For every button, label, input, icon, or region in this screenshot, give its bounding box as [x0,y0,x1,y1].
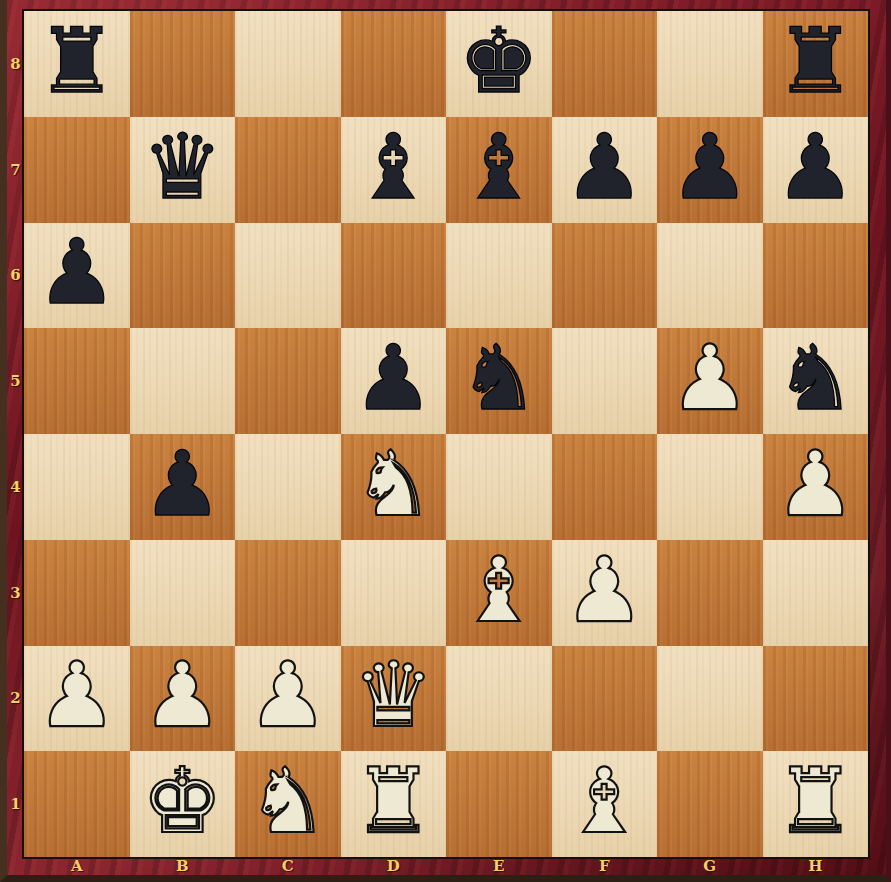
file-label-f: F [552,857,658,875]
square-d8[interactable] [341,11,447,117]
piece-white-pawn-g5[interactable]: ♟ [669,333,750,423]
square-h2[interactable] [763,646,869,752]
square-f7[interactable]: ♟ [552,117,658,223]
piece-white-rook-h1[interactable]: ♜ [775,756,856,846]
rank-label-4: 4 [7,434,24,540]
square-d5[interactable]: ♟ [341,328,447,434]
piece-black-queen-b7[interactable]: ♛ [142,122,223,212]
rank-label-2: 2 [7,646,24,752]
piece-black-knight-h5[interactable]: ♞ [775,333,856,423]
square-h7[interactable]: ♟ [763,117,869,223]
square-b8[interactable] [130,11,236,117]
square-e2[interactable] [446,646,552,752]
square-g5[interactable]: ♟ [657,328,763,434]
square-a4[interactable] [24,434,130,540]
piece-white-pawn-b2[interactable]: ♟ [142,650,223,740]
square-g3[interactable] [657,540,763,646]
square-e6[interactable] [446,223,552,329]
square-b5[interactable] [130,328,236,434]
piece-black-pawn-d5[interactable]: ♟ [353,333,434,423]
file-label-b: B [130,857,236,875]
square-g6[interactable] [657,223,763,329]
square-h5[interactable]: ♞ [763,328,869,434]
square-a5[interactable] [24,328,130,434]
square-a6[interactable]: ♟ [24,223,130,329]
piece-white-bishop-f1[interactable]: ♝ [564,756,645,846]
square-b1[interactable]: ♚ [130,751,236,857]
square-f1[interactable]: ♝ [552,751,658,857]
square-g2[interactable] [657,646,763,752]
square-g7[interactable]: ♟ [657,117,763,223]
square-a1[interactable] [24,751,130,857]
square-f3[interactable]: ♟ [552,540,658,646]
piece-black-king-e8[interactable]: ♚ [458,16,539,106]
square-f6[interactable] [552,223,658,329]
square-c7[interactable] [235,117,341,223]
piece-white-bishop-e3[interactable]: ♝ [458,545,539,635]
square-e7[interactable]: ♝ [446,117,552,223]
square-e5[interactable]: ♞ [446,328,552,434]
file-label-a: A [24,857,130,875]
square-b2[interactable]: ♟ [130,646,236,752]
square-d1[interactable]: ♜ [341,751,447,857]
rank-label-7: 7 [7,117,24,223]
square-f2[interactable] [552,646,658,752]
square-g8[interactable] [657,11,763,117]
rank-label-5: 5 [7,328,24,434]
piece-black-knight-e5[interactable]: ♞ [458,333,539,423]
square-a3[interactable] [24,540,130,646]
square-h4[interactable]: ♟ [763,434,869,540]
file-label-g: G [657,857,763,875]
piece-white-knight-d4[interactable]: ♞ [353,439,434,529]
square-h6[interactable] [763,223,869,329]
piece-black-rook-a8[interactable]: ♜ [36,16,117,106]
file-label-e: E [446,857,552,875]
piece-white-pawn-f3[interactable]: ♟ [564,545,645,635]
square-f8[interactable] [552,11,658,117]
square-c6[interactable] [235,223,341,329]
square-d4[interactable]: ♞ [341,434,447,540]
piece-black-bishop-d7[interactable]: ♝ [353,122,434,212]
rank-labels: 87654321 [7,11,24,857]
square-c4[interactable] [235,434,341,540]
piece-white-queen-d2[interactable]: ♛ [353,650,434,740]
rank-label-1: 1 [7,751,24,857]
square-g4[interactable] [657,434,763,540]
square-d7[interactable]: ♝ [341,117,447,223]
rank-label-8: 8 [7,11,24,117]
piece-white-knight-c1[interactable]: ♞ [247,756,328,846]
square-h1[interactable]: ♜ [763,751,869,857]
piece-black-pawn-a6[interactable]: ♟ [36,227,117,317]
square-e3[interactable]: ♝ [446,540,552,646]
piece-white-pawn-c2[interactable]: ♟ [247,650,328,740]
chess-board-frame: 87654321 ♜♚♜♛♝♝♟♟♟♟♟♞♟♞♟♞♟♝♟♟♟♟♛♚♞♜♝♜ AB… [0,0,891,882]
square-c3[interactable] [235,540,341,646]
piece-white-rook-d1[interactable]: ♜ [353,756,434,846]
square-d3[interactable] [341,540,447,646]
square-c1[interactable]: ♞ [235,751,341,857]
rank-label-6: 6 [7,223,24,329]
file-labels: ABCDEFGH [24,857,868,875]
square-d6[interactable] [341,223,447,329]
square-a2[interactable]: ♟ [24,646,130,752]
piece-black-pawn-b4[interactable]: ♟ [142,439,223,529]
square-d2[interactable]: ♛ [341,646,447,752]
square-c5[interactable] [235,328,341,434]
file-label-c: C [235,857,341,875]
piece-black-bishop-e7[interactable]: ♝ [458,122,539,212]
piece-white-king-b1[interactable]: ♚ [142,756,223,846]
square-f5[interactable] [552,328,658,434]
square-g1[interactable] [657,751,763,857]
piece-black-pawn-f7[interactable]: ♟ [564,122,645,212]
square-e4[interactable] [446,434,552,540]
square-c8[interactable] [235,11,341,117]
square-b4[interactable]: ♟ [130,434,236,540]
piece-white-pawn-a2[interactable]: ♟ [36,650,117,740]
piece-black-pawn-h7[interactable]: ♟ [775,122,856,212]
square-b7[interactable]: ♛ [130,117,236,223]
square-h8[interactable]: ♜ [763,11,869,117]
piece-black-rook-h8[interactable]: ♜ [775,16,856,106]
rank-label-3: 3 [7,540,24,646]
square-h3[interactable] [763,540,869,646]
piece-white-pawn-h4[interactable]: ♟ [775,439,856,529]
square-c2[interactable]: ♟ [235,646,341,752]
square-b3[interactable] [130,540,236,646]
square-b6[interactable] [130,223,236,329]
square-a7[interactable] [24,117,130,223]
file-label-d: D [341,857,447,875]
file-label-h: H [763,857,869,875]
chess-board: ♜♚♜♛♝♝♟♟♟♟♟♞♟♞♟♞♟♝♟♟♟♟♛♚♞♜♝♜ [24,11,868,857]
piece-black-pawn-g7[interactable]: ♟ [669,122,750,212]
square-e8[interactable]: ♚ [446,11,552,117]
square-a8[interactable]: ♜ [24,11,130,117]
square-e1[interactable] [446,751,552,857]
square-f4[interactable] [552,434,658,540]
